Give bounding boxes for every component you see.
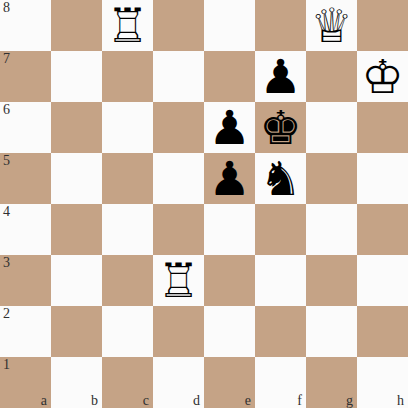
square-a3[interactable]: 3 bbox=[0, 255, 51, 306]
square-e2[interactable] bbox=[204, 306, 255, 357]
rank-label-8: 8 bbox=[3, 0, 10, 16]
file-label-g: g bbox=[346, 393, 353, 408]
square-b4[interactable] bbox=[51, 204, 102, 255]
file-label-a: a bbox=[41, 393, 47, 408]
square-e6[interactable]: ♟ bbox=[204, 102, 255, 153]
rank-label-2: 2 bbox=[3, 306, 10, 322]
square-e7[interactable] bbox=[204, 51, 255, 102]
square-g2[interactable] bbox=[306, 306, 357, 357]
square-f2[interactable] bbox=[255, 306, 306, 357]
square-e8[interactable] bbox=[204, 0, 255, 51]
square-h1[interactable]: h bbox=[357, 357, 408, 408]
chess-board: 8♖♕7♟♔6♟♚5♟♞43♖21abcdefgh bbox=[0, 0, 408, 408]
square-c3[interactable] bbox=[102, 255, 153, 306]
square-e3[interactable] bbox=[204, 255, 255, 306]
square-d3[interactable]: ♖ bbox=[153, 255, 204, 306]
square-b5[interactable] bbox=[51, 153, 102, 204]
square-a7[interactable]: 7 bbox=[0, 51, 51, 102]
file-label-e: e bbox=[245, 393, 251, 408]
square-e4[interactable] bbox=[204, 204, 255, 255]
square-h3[interactable] bbox=[357, 255, 408, 306]
file-label-d: d bbox=[193, 393, 200, 408]
square-b7[interactable] bbox=[51, 51, 102, 102]
square-b2[interactable] bbox=[51, 306, 102, 357]
square-d6[interactable] bbox=[153, 102, 204, 153]
square-f8[interactable] bbox=[255, 0, 306, 51]
piece-white-king[interactable]: ♔ bbox=[357, 51, 408, 102]
file-label-c: c bbox=[143, 393, 149, 408]
square-h6[interactable] bbox=[357, 102, 408, 153]
square-a8[interactable]: 8 bbox=[0, 0, 51, 51]
square-g6[interactable] bbox=[306, 102, 357, 153]
rank-label-1: 1 bbox=[3, 357, 10, 373]
square-h7[interactable]: ♔ bbox=[357, 51, 408, 102]
square-h5[interactable] bbox=[357, 153, 408, 204]
square-c2[interactable] bbox=[102, 306, 153, 357]
piece-black-pawn[interactable]: ♟ bbox=[255, 51, 306, 102]
square-c4[interactable] bbox=[102, 204, 153, 255]
square-a2[interactable]: 2 bbox=[0, 306, 51, 357]
square-c8[interactable]: ♖ bbox=[102, 0, 153, 51]
file-label-f: f bbox=[297, 393, 302, 408]
square-h2[interactable] bbox=[357, 306, 408, 357]
square-b3[interactable] bbox=[51, 255, 102, 306]
square-f1[interactable]: f bbox=[255, 357, 306, 408]
rank-label-3: 3 bbox=[3, 255, 10, 271]
square-a5[interactable]: 5 bbox=[0, 153, 51, 204]
piece-black-pawn[interactable]: ♟ bbox=[204, 153, 255, 204]
square-b1[interactable]: b bbox=[51, 357, 102, 408]
square-g3[interactable] bbox=[306, 255, 357, 306]
square-f3[interactable] bbox=[255, 255, 306, 306]
square-f6[interactable]: ♚ bbox=[255, 102, 306, 153]
square-b6[interactable] bbox=[51, 102, 102, 153]
square-c1[interactable]: c bbox=[102, 357, 153, 408]
piece-black-pawn[interactable]: ♟ bbox=[204, 102, 255, 153]
square-f5[interactable]: ♞ bbox=[255, 153, 306, 204]
rank-label-4: 4 bbox=[3, 204, 10, 220]
rank-label-7: 7 bbox=[3, 51, 10, 67]
square-f7[interactable]: ♟ bbox=[255, 51, 306, 102]
square-a4[interactable]: 4 bbox=[0, 204, 51, 255]
square-g4[interactable] bbox=[306, 204, 357, 255]
file-label-h: h bbox=[397, 393, 404, 408]
square-d5[interactable] bbox=[153, 153, 204, 204]
square-c5[interactable] bbox=[102, 153, 153, 204]
square-g8[interactable]: ♕ bbox=[306, 0, 357, 51]
square-c7[interactable] bbox=[102, 51, 153, 102]
square-g5[interactable] bbox=[306, 153, 357, 204]
square-d7[interactable] bbox=[153, 51, 204, 102]
square-d2[interactable] bbox=[153, 306, 204, 357]
square-h8[interactable] bbox=[357, 0, 408, 51]
piece-white-rook[interactable]: ♖ bbox=[153, 255, 204, 306]
square-a6[interactable]: 6 bbox=[0, 102, 51, 153]
square-c6[interactable] bbox=[102, 102, 153, 153]
piece-white-rook[interactable]: ♖ bbox=[102, 0, 153, 51]
square-a1[interactable]: 1a bbox=[0, 357, 51, 408]
square-f4[interactable] bbox=[255, 204, 306, 255]
rank-label-6: 6 bbox=[3, 102, 10, 118]
square-b8[interactable] bbox=[51, 0, 102, 51]
square-e5[interactable]: ♟ bbox=[204, 153, 255, 204]
square-g1[interactable]: g bbox=[306, 357, 357, 408]
square-d4[interactable] bbox=[153, 204, 204, 255]
square-g7[interactable] bbox=[306, 51, 357, 102]
square-d1[interactable]: d bbox=[153, 357, 204, 408]
piece-black-king[interactable]: ♚ bbox=[255, 102, 306, 153]
square-e1[interactable]: e bbox=[204, 357, 255, 408]
file-label-b: b bbox=[91, 393, 98, 408]
piece-black-knight[interactable]: ♞ bbox=[255, 153, 306, 204]
square-h4[interactable] bbox=[357, 204, 408, 255]
piece-white-queen[interactable]: ♕ bbox=[306, 0, 357, 51]
square-d8[interactable] bbox=[153, 0, 204, 51]
rank-label-5: 5 bbox=[3, 153, 10, 169]
